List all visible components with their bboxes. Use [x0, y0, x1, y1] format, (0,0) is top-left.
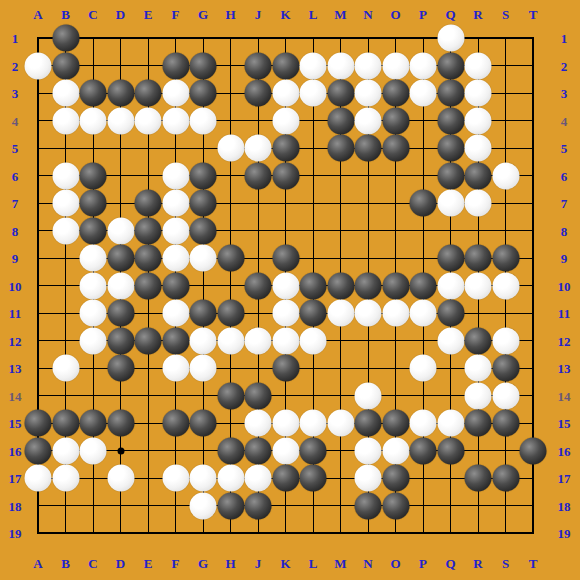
white-stone — [80, 437, 107, 464]
row-label-left: 14 — [9, 389, 22, 402]
white-stone — [492, 272, 519, 299]
white-stone — [327, 410, 354, 437]
white-stone — [245, 465, 272, 492]
column-label-bottom: J — [255, 557, 262, 570]
black-stone — [245, 272, 272, 299]
black-stone — [80, 410, 107, 437]
white-stone — [465, 52, 492, 79]
white-stone — [492, 162, 519, 189]
black-stone — [437, 162, 464, 189]
black-stone — [190, 52, 217, 79]
white-stone — [80, 300, 107, 327]
white-stone — [107, 217, 134, 244]
white-stone — [355, 465, 382, 492]
white-stone — [300, 410, 327, 437]
white-stone — [410, 355, 437, 382]
black-stone — [272, 135, 299, 162]
black-stone — [272, 162, 299, 189]
row-label-right: 12 — [558, 334, 571, 347]
black-stone — [300, 300, 327, 327]
black-stone — [355, 492, 382, 519]
white-stone — [355, 382, 382, 409]
row-label-right: 7 — [561, 197, 568, 210]
row-label-right: 2 — [561, 59, 568, 72]
white-stone — [382, 52, 409, 79]
black-stone — [437, 245, 464, 272]
black-stone — [217, 437, 244, 464]
black-stone — [135, 217, 162, 244]
white-stone — [245, 135, 272, 162]
white-stone — [217, 465, 244, 492]
row-label-right: 13 — [558, 362, 571, 375]
white-stone — [190, 245, 217, 272]
white-stone — [382, 300, 409, 327]
column-label-bottom: O — [390, 557, 400, 570]
row-label-left: 2 — [12, 59, 19, 72]
white-stone — [410, 80, 437, 107]
white-stone — [162, 217, 189, 244]
white-stone — [300, 52, 327, 79]
column-label-bottom: F — [172, 557, 180, 570]
white-stone — [272, 300, 299, 327]
column-label-top: S — [502, 8, 509, 21]
row-label-left: 4 — [12, 114, 19, 127]
row-label-right: 11 — [558, 307, 570, 320]
black-stone — [465, 245, 492, 272]
column-label-bottom: E — [144, 557, 153, 570]
column-label-bottom: N — [363, 557, 372, 570]
white-stone — [162, 162, 189, 189]
column-label-top: A — [33, 8, 42, 21]
black-stone — [520, 437, 547, 464]
row-label-left: 1 — [12, 32, 19, 45]
black-stone — [492, 465, 519, 492]
row-label-left: 11 — [9, 307, 21, 320]
white-stone — [272, 80, 299, 107]
black-stone — [107, 410, 134, 437]
row-label-right: 9 — [561, 252, 568, 265]
black-stone — [245, 52, 272, 79]
column-label-bottom: L — [309, 557, 318, 570]
black-stone — [410, 272, 437, 299]
white-stone — [327, 52, 354, 79]
column-label-top: K — [280, 8, 290, 21]
white-stone — [162, 465, 189, 492]
black-stone — [327, 107, 354, 134]
black-stone — [52, 25, 79, 52]
black-stone — [245, 437, 272, 464]
row-label-right: 17 — [558, 472, 571, 485]
white-stone — [437, 327, 464, 354]
black-stone — [437, 52, 464, 79]
black-stone — [52, 52, 79, 79]
column-label-bottom: C — [88, 557, 97, 570]
white-stone — [410, 410, 437, 437]
column-label-top: B — [61, 8, 70, 21]
black-stone — [245, 162, 272, 189]
black-stone — [272, 465, 299, 492]
black-stone — [382, 80, 409, 107]
white-stone — [272, 410, 299, 437]
row-label-left: 9 — [12, 252, 19, 265]
white-stone — [52, 217, 79, 244]
white-stone — [355, 107, 382, 134]
white-stone — [410, 300, 437, 327]
column-label-bottom: B — [61, 557, 70, 570]
black-stone — [465, 465, 492, 492]
column-label-top: H — [225, 8, 235, 21]
black-stone — [245, 80, 272, 107]
black-stone — [190, 190, 217, 217]
row-label-left: 5 — [12, 142, 19, 155]
white-stone — [52, 437, 79, 464]
black-stone — [80, 80, 107, 107]
black-stone — [245, 382, 272, 409]
black-stone — [135, 327, 162, 354]
column-label-top: L — [309, 8, 318, 21]
white-stone — [465, 80, 492, 107]
column-label-top: R — [473, 8, 482, 21]
white-stone — [272, 272, 299, 299]
white-stone — [52, 162, 79, 189]
white-stone — [80, 245, 107, 272]
white-stone — [382, 437, 409, 464]
black-stone — [300, 272, 327, 299]
black-stone — [382, 135, 409, 162]
black-stone — [107, 355, 134, 382]
black-stone — [492, 355, 519, 382]
row-label-right: 16 — [558, 444, 571, 457]
black-stone — [135, 272, 162, 299]
black-stone — [272, 52, 299, 79]
white-stone — [465, 355, 492, 382]
white-stone — [465, 382, 492, 409]
board-gridline-horizontal — [37, 505, 534, 506]
black-stone — [355, 135, 382, 162]
white-stone — [107, 465, 134, 492]
black-stone — [465, 162, 492, 189]
white-stone — [217, 327, 244, 354]
black-stone — [80, 190, 107, 217]
white-stone — [272, 327, 299, 354]
column-label-bottom: T — [529, 557, 538, 570]
white-stone — [190, 465, 217, 492]
row-label-right: 1 — [561, 32, 568, 45]
board-gridline-horizontal — [37, 532, 534, 534]
black-stone — [25, 410, 52, 437]
column-label-bottom: P — [419, 557, 427, 570]
white-stone — [162, 190, 189, 217]
black-stone — [217, 382, 244, 409]
white-stone — [25, 465, 52, 492]
white-stone — [52, 355, 79, 382]
black-stone — [217, 245, 244, 272]
black-stone — [107, 245, 134, 272]
row-label-right: 18 — [558, 499, 571, 512]
column-label-bottom: S — [502, 557, 509, 570]
black-stone — [80, 217, 107, 244]
column-label-top: P — [419, 8, 427, 21]
row-label-left: 17 — [9, 472, 22, 485]
white-stone — [437, 25, 464, 52]
white-stone — [162, 80, 189, 107]
star-point — [117, 447, 124, 454]
row-label-right: 5 — [561, 142, 568, 155]
black-stone — [437, 80, 464, 107]
black-stone — [437, 437, 464, 464]
black-stone — [52, 410, 79, 437]
black-stone — [80, 162, 107, 189]
white-stone — [355, 437, 382, 464]
white-stone — [492, 327, 519, 354]
white-stone — [300, 80, 327, 107]
column-label-top: C — [88, 8, 97, 21]
black-stone — [437, 135, 464, 162]
white-stone — [437, 272, 464, 299]
column-label-top: G — [198, 8, 208, 21]
white-stone — [135, 107, 162, 134]
row-label-left: 13 — [9, 362, 22, 375]
row-label-left: 15 — [9, 417, 22, 430]
black-stone — [382, 410, 409, 437]
black-stone — [162, 272, 189, 299]
column-label-bottom: D — [116, 557, 125, 570]
row-label-right: 19 — [558, 527, 571, 540]
column-label-bottom: H — [225, 557, 235, 570]
black-stone — [190, 80, 217, 107]
column-label-bottom: M — [334, 557, 346, 570]
black-stone — [107, 80, 134, 107]
black-stone — [162, 410, 189, 437]
white-stone — [52, 190, 79, 217]
white-stone — [245, 327, 272, 354]
column-label-top: E — [144, 8, 153, 21]
column-label-bottom: G — [198, 557, 208, 570]
black-stone — [135, 190, 162, 217]
black-stone — [492, 410, 519, 437]
row-label-left: 10 — [9, 279, 22, 292]
black-stone — [492, 245, 519, 272]
white-stone — [300, 327, 327, 354]
white-stone — [355, 300, 382, 327]
row-label-left: 8 — [12, 224, 19, 237]
white-stone — [52, 107, 79, 134]
row-label-left: 18 — [9, 499, 22, 512]
black-stone — [245, 492, 272, 519]
board-gridline-horizontal — [37, 395, 534, 396]
black-stone — [300, 437, 327, 464]
black-stone — [162, 327, 189, 354]
white-stone — [410, 52, 437, 79]
row-label-right: 8 — [561, 224, 568, 237]
white-stone — [25, 52, 52, 79]
column-label-top: O — [390, 8, 400, 21]
white-stone — [162, 300, 189, 327]
black-stone — [465, 410, 492, 437]
black-stone — [410, 437, 437, 464]
column-label-top: J — [255, 8, 262, 21]
column-label-bottom: R — [473, 557, 482, 570]
white-stone — [190, 107, 217, 134]
black-stone — [272, 355, 299, 382]
black-stone — [410, 190, 437, 217]
white-stone — [217, 135, 244, 162]
white-stone — [190, 355, 217, 382]
row-label-right: 14 — [558, 389, 571, 402]
black-stone — [190, 300, 217, 327]
black-stone — [217, 492, 244, 519]
row-label-left: 6 — [12, 169, 19, 182]
row-label-left: 16 — [9, 444, 22, 457]
white-stone — [327, 300, 354, 327]
row-label-right: 15 — [558, 417, 571, 430]
row-label-right: 3 — [561, 87, 568, 100]
white-stone — [465, 135, 492, 162]
black-stone — [327, 80, 354, 107]
white-stone — [355, 80, 382, 107]
white-stone — [80, 272, 107, 299]
black-stone — [437, 107, 464, 134]
white-stone — [190, 327, 217, 354]
column-label-top: N — [363, 8, 372, 21]
white-stone — [190, 492, 217, 519]
black-stone — [190, 410, 217, 437]
column-label-bottom: A — [33, 557, 42, 570]
black-stone — [135, 245, 162, 272]
black-stone — [272, 245, 299, 272]
white-stone — [52, 465, 79, 492]
black-stone — [437, 300, 464, 327]
row-label-left: 7 — [12, 197, 19, 210]
white-stone — [465, 107, 492, 134]
row-label-left: 3 — [12, 87, 19, 100]
white-stone — [162, 245, 189, 272]
white-stone — [465, 190, 492, 217]
black-stone — [300, 465, 327, 492]
go-board-diagram: AABBCCDDEEFFGGHHJJKKLLMMNNOOPPQQRRSSTT11… — [0, 0, 580, 580]
black-stone — [465, 327, 492, 354]
row-label-right: 6 — [561, 169, 568, 182]
white-stone — [272, 107, 299, 134]
black-stone — [355, 410, 382, 437]
column-label-bottom: Q — [445, 557, 455, 570]
white-stone — [80, 107, 107, 134]
black-stone — [327, 135, 354, 162]
black-stone — [107, 300, 134, 327]
row-label-right: 10 — [558, 279, 571, 292]
black-stone — [162, 52, 189, 79]
black-stone — [25, 437, 52, 464]
white-stone — [162, 107, 189, 134]
column-label-top: Q — [445, 8, 455, 21]
black-stone — [382, 465, 409, 492]
row-label-right: 4 — [561, 114, 568, 127]
white-stone — [162, 355, 189, 382]
black-stone — [190, 217, 217, 244]
column-label-top: D — [116, 8, 125, 21]
white-stone — [355, 52, 382, 79]
black-stone — [382, 492, 409, 519]
column-label-top: F — [172, 8, 180, 21]
black-stone — [355, 272, 382, 299]
row-label-left: 19 — [9, 527, 22, 540]
black-stone — [327, 272, 354, 299]
white-stone — [107, 272, 134, 299]
white-stone — [492, 382, 519, 409]
black-stone — [382, 107, 409, 134]
white-stone — [107, 107, 134, 134]
black-stone — [135, 80, 162, 107]
black-stone — [107, 327, 134, 354]
white-stone — [245, 410, 272, 437]
row-label-left: 12 — [9, 334, 22, 347]
black-stone — [190, 162, 217, 189]
column-label-top: T — [529, 8, 538, 21]
column-label-bottom: K — [280, 557, 290, 570]
white-stone — [272, 437, 299, 464]
black-stone — [217, 300, 244, 327]
white-stone — [437, 410, 464, 437]
white-stone — [437, 190, 464, 217]
black-stone — [382, 272, 409, 299]
white-stone — [465, 272, 492, 299]
column-label-top: M — [334, 8, 346, 21]
white-stone — [52, 80, 79, 107]
white-stone — [80, 327, 107, 354]
